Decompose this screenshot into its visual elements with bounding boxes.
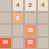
tile-4-r1c2: 4 bbox=[13, 0, 24, 11]
tile-32-r4c3: 32 bbox=[25, 38, 36, 49]
empty-cell-r3c1 bbox=[0, 25, 11, 36]
empty-cell-r2c1 bbox=[0, 13, 11, 24]
empty-cell-r3c4 bbox=[38, 25, 49, 36]
empty-cell-r2c4 bbox=[38, 13, 49, 24]
empty-cell-r4c4 bbox=[38, 38, 49, 49]
tile-16-r3c3: 16 bbox=[25, 25, 36, 36]
tile-2-r1c3: 2 bbox=[25, 0, 36, 11]
empty-cell-r2c3 bbox=[25, 13, 36, 24]
2048-board[interactable]: 4248166432 bbox=[0, 0, 48, 48]
tile-8-r2c2: 8 bbox=[13, 13, 24, 24]
tile-4-r1c4: 4 bbox=[38, 0, 49, 11]
empty-cell-r1c1 bbox=[0, 0, 11, 11]
empty-cell-r4c2 bbox=[13, 38, 24, 49]
tile-64-r4c1: 64 bbox=[0, 38, 11, 49]
empty-cell-r3c2 bbox=[13, 25, 24, 36]
